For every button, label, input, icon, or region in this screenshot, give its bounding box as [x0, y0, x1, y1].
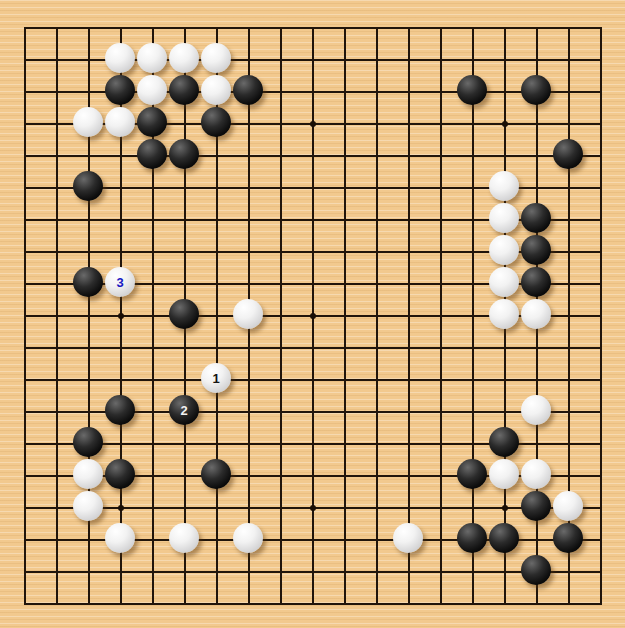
- black-stone[interactable]: [137, 139, 167, 169]
- white-stone[interactable]: [553, 491, 583, 521]
- move-number-label: 3: [116, 276, 123, 289]
- move-number-label: 2: [180, 404, 187, 417]
- grid-line-horizontal: [24, 571, 602, 573]
- grid-line-horizontal: [24, 379, 602, 381]
- black-stone[interactable]: [457, 459, 487, 489]
- black-stone[interactable]: [201, 459, 231, 489]
- black-stone[interactable]: [105, 395, 135, 425]
- white-stone[interactable]: [521, 299, 551, 329]
- white-stone[interactable]: [489, 203, 519, 233]
- black-stone[interactable]: [489, 427, 519, 457]
- hoshi-point: [502, 121, 508, 127]
- hoshi-point: [118, 505, 124, 511]
- white-stone[interactable]: [73, 459, 103, 489]
- grid-line-vertical: [600, 27, 602, 605]
- black-stone[interactable]: [105, 459, 135, 489]
- go-board[interactable]: 312: [0, 0, 625, 628]
- white-stone[interactable]: [489, 267, 519, 297]
- black-stone[interactable]: [169, 75, 199, 105]
- white-stone[interactable]: [233, 523, 263, 553]
- white-stone[interactable]: [521, 395, 551, 425]
- hoshi-point: [310, 505, 316, 511]
- black-stone[interactable]: [521, 555, 551, 585]
- go-app-window: 312: [0, 0, 625, 628]
- white-stone[interactable]: [489, 235, 519, 265]
- white-stone[interactable]: [137, 43, 167, 73]
- grid-line-vertical: [472, 27, 474, 605]
- black-stone[interactable]: [73, 427, 103, 457]
- black-stone[interactable]: [201, 107, 231, 137]
- white-stone[interactable]: [169, 523, 199, 553]
- grid-line-vertical: [344, 27, 346, 605]
- hoshi-point: [310, 313, 316, 319]
- black-stone[interactable]: [521, 235, 551, 265]
- black-stone[interactable]: [489, 523, 519, 553]
- white-stone[interactable]: [73, 491, 103, 521]
- white-stone[interactable]: [169, 43, 199, 73]
- white-stone[interactable]: [489, 459, 519, 489]
- black-stone[interactable]: 2: [169, 395, 199, 425]
- white-stone[interactable]: [73, 107, 103, 137]
- black-stone[interactable]: [457, 523, 487, 553]
- white-stone[interactable]: 1: [201, 363, 231, 393]
- white-stone[interactable]: [521, 459, 551, 489]
- white-stone[interactable]: [393, 523, 423, 553]
- black-stone[interactable]: [73, 267, 103, 297]
- hoshi-point: [310, 121, 316, 127]
- grid-line-vertical: [408, 27, 410, 605]
- white-stone[interactable]: [489, 299, 519, 329]
- grid-line-vertical: [376, 27, 378, 605]
- white-stone[interactable]: [233, 299, 263, 329]
- white-stone[interactable]: [105, 523, 135, 553]
- black-stone[interactable]: [553, 139, 583, 169]
- black-stone[interactable]: [105, 75, 135, 105]
- white-stone[interactable]: [105, 107, 135, 137]
- black-stone[interactable]: [137, 107, 167, 137]
- white-stone[interactable]: [201, 43, 231, 73]
- black-stone[interactable]: [169, 299, 199, 329]
- white-stone[interactable]: [137, 75, 167, 105]
- black-stone[interactable]: [169, 139, 199, 169]
- black-stone[interactable]: [457, 75, 487, 105]
- hoshi-point: [502, 505, 508, 511]
- black-stone[interactable]: [521, 491, 551, 521]
- white-stone[interactable]: [489, 171, 519, 201]
- white-stone[interactable]: [201, 75, 231, 105]
- hoshi-point: [118, 313, 124, 319]
- black-stone[interactable]: [521, 203, 551, 233]
- black-stone[interactable]: [521, 75, 551, 105]
- grid-line-vertical: [440, 27, 442, 605]
- white-stone[interactable]: [105, 43, 135, 73]
- black-stone[interactable]: [233, 75, 263, 105]
- black-stone[interactable]: [73, 171, 103, 201]
- black-stone[interactable]: [521, 267, 551, 297]
- black-stone[interactable]: [553, 523, 583, 553]
- white-stone[interactable]: 3: [105, 267, 135, 297]
- move-number-label: 1: [212, 372, 219, 385]
- grid-line-horizontal: [24, 347, 602, 349]
- grid-line-horizontal: [24, 603, 602, 605]
